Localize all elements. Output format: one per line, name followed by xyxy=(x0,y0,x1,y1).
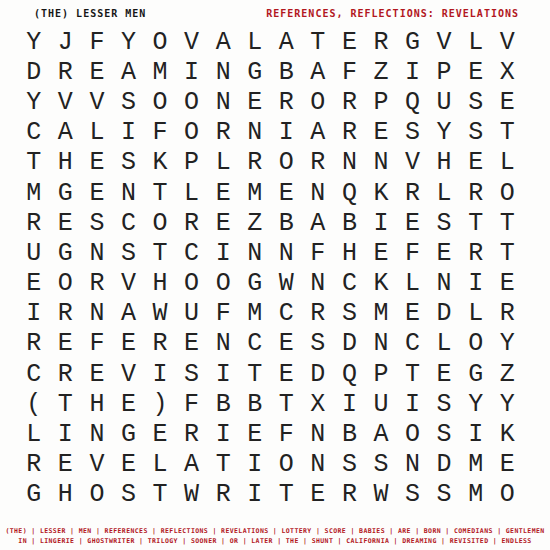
grid-cell: M xyxy=(18,178,50,208)
grid-cell: E xyxy=(144,419,176,449)
grid-cell: D xyxy=(302,359,334,389)
grid-cell: S xyxy=(81,208,113,238)
grid-cell: M xyxy=(365,299,397,329)
grid-cell: T xyxy=(491,208,523,238)
grid-cell: E xyxy=(113,329,145,359)
grid-cell: W xyxy=(176,480,208,510)
grid-cell: G xyxy=(460,359,492,389)
grid-cell: Z xyxy=(239,208,271,238)
grid-cell: G xyxy=(113,419,145,449)
grid-cell: E xyxy=(302,480,334,510)
grid-cell: A xyxy=(302,118,334,148)
grid-cell: X xyxy=(491,57,523,87)
grid-cell: V xyxy=(428,27,460,57)
grid-cell: O xyxy=(397,419,429,449)
grid-cell: I xyxy=(397,389,429,419)
grid-cell: C xyxy=(176,238,208,268)
grid-cell: S xyxy=(176,359,208,389)
grid-cell: Q xyxy=(334,359,366,389)
grid-cell: I xyxy=(207,419,239,449)
grid-cell: E xyxy=(460,148,492,178)
grid-cell: M xyxy=(239,299,271,329)
grid-cell: F xyxy=(176,389,208,419)
grid-cell: I xyxy=(239,450,271,480)
grid-cell: V xyxy=(397,148,429,178)
grid-cell: F xyxy=(397,238,429,268)
grid-cell: U xyxy=(18,238,50,268)
grid-cell: N xyxy=(239,238,271,268)
grid-cell: R xyxy=(365,27,397,57)
grid-cell: O xyxy=(271,148,303,178)
grid-cell: G xyxy=(18,480,50,510)
grid-cell: A xyxy=(50,118,82,148)
grid-cell: E xyxy=(81,359,113,389)
grid-cell: C xyxy=(113,208,145,238)
grid-cell: R xyxy=(302,148,334,178)
grid-cell: I xyxy=(334,389,366,419)
grid-cell: T xyxy=(50,389,82,419)
grid-cell: K xyxy=(365,178,397,208)
grid-cell: G xyxy=(50,238,82,268)
grid-cell: G xyxy=(239,269,271,299)
grid-cell: P xyxy=(365,359,397,389)
grid-cell: R xyxy=(50,299,82,329)
grid-cell: V xyxy=(113,359,145,389)
grid-cell: R xyxy=(18,329,50,359)
grid-cell: S xyxy=(334,450,366,480)
grid-cell: T xyxy=(460,208,492,238)
grid-cell: T xyxy=(271,480,303,510)
grid-cell: T xyxy=(18,148,50,178)
grid-cell: H xyxy=(50,480,82,510)
grid-cell: S xyxy=(460,87,492,117)
grid-cell: I xyxy=(50,419,82,449)
grid-cell: A xyxy=(113,299,145,329)
grid-cell: A xyxy=(207,27,239,57)
grid-cell: E xyxy=(50,329,82,359)
grid-cell: E xyxy=(207,208,239,238)
grid-cell: S xyxy=(428,480,460,510)
word-list-line-1: (THE) | LESSER | MEN | REFERENCES | REFL… xyxy=(0,527,550,537)
grid-cell: O xyxy=(176,269,208,299)
grid-cell: L xyxy=(207,148,239,178)
grid-cell: M xyxy=(239,178,271,208)
grid-cell: ( xyxy=(18,389,50,419)
grid-cell: C xyxy=(334,269,366,299)
word-list: (THE) | LESSER | MEN | REFERENCES | REFL… xyxy=(0,527,550,546)
grid-cell: E xyxy=(491,450,523,480)
grid-cell: E xyxy=(397,299,429,329)
grid-cell: S xyxy=(113,480,145,510)
grid-cell: A xyxy=(176,450,208,480)
grid-cell: R xyxy=(144,329,176,359)
grid-cell: E xyxy=(271,178,303,208)
grid-cell: R xyxy=(460,178,492,208)
grid-cell: R xyxy=(302,299,334,329)
grid-cell: N xyxy=(302,419,334,449)
grid-cell: V xyxy=(176,27,208,57)
grid-cell: E xyxy=(271,359,303,389)
grid-cell: Y xyxy=(18,87,50,117)
grid-cell: E xyxy=(365,238,397,268)
grid-cell: H xyxy=(144,269,176,299)
grid-cell: R xyxy=(50,359,82,389)
grid-cell: N xyxy=(334,148,366,178)
grid-cell: N xyxy=(81,419,113,449)
grid-cell: E xyxy=(334,27,366,57)
grid-cell: B xyxy=(271,208,303,238)
grid-cell: I xyxy=(113,118,145,148)
grid-cell: O xyxy=(271,450,303,480)
grid-cell: E xyxy=(113,389,145,419)
grid-cell: S xyxy=(428,419,460,449)
grid-cell: T xyxy=(207,450,239,480)
grid-cell: H xyxy=(81,389,113,419)
grid-cell: R xyxy=(81,269,113,299)
grid-cell: T xyxy=(302,27,334,57)
grid-cell: E xyxy=(271,329,303,359)
grid-cell: S xyxy=(334,299,366,329)
grid-cell: I xyxy=(176,57,208,87)
grid-cell: R xyxy=(334,480,366,510)
grid-cell: C xyxy=(397,329,429,359)
grid-cell: L xyxy=(144,450,176,480)
grid-cell: K xyxy=(144,148,176,178)
grid-cell: A xyxy=(271,27,303,57)
grid-cell: C xyxy=(271,299,303,329)
grid-cell: N xyxy=(113,178,145,208)
grid-cell: R xyxy=(271,87,303,117)
grid-cell: N xyxy=(207,329,239,359)
grid-cell: E xyxy=(81,178,113,208)
grid-cell: T xyxy=(144,178,176,208)
grid-cell: R xyxy=(334,118,366,148)
word-list-line-2: IN | LINGERIE | GHOSTWRITER | TRILOGY | … xyxy=(0,537,550,547)
grid-cell: R xyxy=(334,87,366,117)
grid-cell: Y xyxy=(491,389,523,419)
grid-cell: I xyxy=(18,299,50,329)
grid-cell: F xyxy=(271,419,303,449)
grid-cell: O xyxy=(176,118,208,148)
grid-cell: C xyxy=(18,118,50,148)
grid-cell: K xyxy=(365,269,397,299)
grid-cell: V xyxy=(81,450,113,480)
grid-cell: N xyxy=(302,269,334,299)
grid-cell: P xyxy=(365,87,397,117)
grid-cell: V xyxy=(491,27,523,57)
grid-cell: A xyxy=(365,419,397,449)
grid-cell: S xyxy=(428,208,460,238)
grid-cell: O xyxy=(144,87,176,117)
grid-cell: L xyxy=(428,178,460,208)
grid-cell: E xyxy=(50,208,82,238)
grid-cell: B xyxy=(334,419,366,449)
grid-cell: F xyxy=(334,57,366,87)
grid-cell: E xyxy=(50,450,82,480)
grid-cell: O xyxy=(207,269,239,299)
grid-cell: E xyxy=(113,450,145,480)
grid-cell: S xyxy=(428,389,460,419)
grid-cell: T xyxy=(144,480,176,510)
grid-cell: X xyxy=(302,389,334,419)
grid-cell: F xyxy=(207,299,239,329)
grid-cell: Q xyxy=(397,87,429,117)
grid-cell: Q xyxy=(334,178,366,208)
grid-cell: N xyxy=(302,450,334,480)
grid-cell: R xyxy=(18,450,50,480)
grid-cell: N xyxy=(302,178,334,208)
word-search-grid: YJFYOVALATERGVLVDREAMINGBAFZIPEXYVVSOONE… xyxy=(18,27,523,510)
grid-cell: S xyxy=(113,87,145,117)
grid-cell: B xyxy=(271,57,303,87)
grid-cell: F xyxy=(302,238,334,268)
grid-cell: I xyxy=(397,57,429,87)
grid-cell: G xyxy=(50,178,82,208)
grid-cell: Y xyxy=(491,329,523,359)
grid-cell: S xyxy=(397,480,429,510)
grid-cell: O xyxy=(176,87,208,117)
word-search-page: (THE) LESSER MEN REFERENCES, REFLECTIONS… xyxy=(0,0,550,550)
grid-cell: N xyxy=(239,118,271,148)
page-header: (THE) LESSER MEN REFERENCES, REFLECTIONS… xyxy=(34,8,519,19)
grid-cell: I xyxy=(460,419,492,449)
grid-cell: P xyxy=(176,148,208,178)
grid-cell: O xyxy=(491,480,523,510)
album-title: REFERENCES, REFLECTIONS: REVELATIONS xyxy=(266,8,519,19)
grid-cell: E xyxy=(207,178,239,208)
grid-cell: B xyxy=(207,389,239,419)
grid-cell: E xyxy=(428,238,460,268)
grid-cell: S xyxy=(113,238,145,268)
grid-cell: E xyxy=(365,118,397,148)
grid-cell: S xyxy=(460,118,492,148)
grid-cell: O xyxy=(302,87,334,117)
grid-cell: E xyxy=(397,208,429,238)
grid-cell: E xyxy=(176,329,208,359)
grid-cell: N xyxy=(81,299,113,329)
grid-cell: L xyxy=(18,419,50,449)
grid-cell: D xyxy=(334,329,366,359)
grid-cell: S xyxy=(365,450,397,480)
grid-cell: E xyxy=(460,57,492,87)
grid-cell: U xyxy=(428,87,460,117)
grid-cell: Z xyxy=(365,57,397,87)
grid-cell: Z xyxy=(491,359,523,389)
grid-cell: R xyxy=(50,57,82,87)
grid-cell: L xyxy=(491,148,523,178)
grid-cell: V xyxy=(113,269,145,299)
grid-cell: N xyxy=(207,57,239,87)
grid-cell: O xyxy=(81,480,113,510)
grid-cell: L xyxy=(428,329,460,359)
grid-cell: E xyxy=(491,87,523,117)
grid-cell: M xyxy=(144,57,176,87)
grid-cell: E xyxy=(428,359,460,389)
grid-cell: J xyxy=(50,27,82,57)
grid-cell: I xyxy=(460,269,492,299)
grid-cell: W xyxy=(144,299,176,329)
grid-cell: H xyxy=(50,148,82,178)
grid-cell: ) xyxy=(144,389,176,419)
grid-cell: N xyxy=(428,269,460,299)
grid-cell: S xyxy=(302,329,334,359)
grid-cell: N xyxy=(271,238,303,268)
grid-cell: I xyxy=(365,208,397,238)
grid-cell: Y xyxy=(113,27,145,57)
grid-cell: R xyxy=(18,208,50,238)
grid-cell: L xyxy=(460,27,492,57)
grid-cell: A xyxy=(302,208,334,238)
grid-cell: T xyxy=(491,238,523,268)
grid-cell: O xyxy=(460,329,492,359)
grid-cell: S xyxy=(397,118,429,148)
grid-cell: B xyxy=(334,208,366,238)
grid-cell: T xyxy=(491,118,523,148)
grid-cell: E xyxy=(18,269,50,299)
grid-cell: O xyxy=(491,178,523,208)
grid-cell: G xyxy=(239,57,271,87)
grid-cell: D xyxy=(18,57,50,87)
grid-cell: E xyxy=(239,87,271,117)
grid-cell: U xyxy=(365,389,397,419)
grid-cell: F xyxy=(144,118,176,148)
grid-cell: O xyxy=(144,27,176,57)
grid-cell: N xyxy=(81,238,113,268)
grid-cell: V xyxy=(81,87,113,117)
grid-cell: E xyxy=(491,269,523,299)
grid-cell: H xyxy=(428,148,460,178)
grid-cell: W xyxy=(365,480,397,510)
grid-cell: M xyxy=(460,450,492,480)
grid-cell: T xyxy=(144,238,176,268)
grid-cell: O xyxy=(144,208,176,238)
grid-cell: V xyxy=(50,87,82,117)
grid-cell: K xyxy=(491,419,523,449)
grid-cell: L xyxy=(460,299,492,329)
grid-cell: A xyxy=(113,57,145,87)
grid-cell: P xyxy=(428,57,460,87)
grid-cell: E xyxy=(81,57,113,87)
grid-cell: I xyxy=(207,359,239,389)
grid-cell: T xyxy=(239,359,271,389)
grid-cell: A xyxy=(302,57,334,87)
grid-cell: O xyxy=(50,269,82,299)
grid-cell: Y xyxy=(460,389,492,419)
grid-cell: N xyxy=(207,87,239,117)
grid-cell: D xyxy=(428,450,460,480)
grid-cell: N xyxy=(397,450,429,480)
grid-cell: R xyxy=(397,178,429,208)
grid-cell: E xyxy=(239,419,271,449)
grid-cell: R xyxy=(176,208,208,238)
grid-cell: U xyxy=(176,299,208,329)
grid-cell: L xyxy=(239,27,271,57)
grid-cell: I xyxy=(271,118,303,148)
grid-cell: C xyxy=(239,329,271,359)
grid-cell: D xyxy=(428,299,460,329)
grid-cell: T xyxy=(397,359,429,389)
grid-cell: N xyxy=(365,329,397,359)
grid-cell: B xyxy=(239,389,271,419)
grid-cell: I xyxy=(239,480,271,510)
grid-cell: T xyxy=(271,389,303,419)
grid-cell: E xyxy=(81,148,113,178)
grid-cell: R xyxy=(207,118,239,148)
grid-cell: S xyxy=(113,148,145,178)
grid-cell: N xyxy=(365,148,397,178)
grid-cell: R xyxy=(460,238,492,268)
grid-cell: R xyxy=(239,148,271,178)
artist-title: (THE) LESSER MEN xyxy=(34,8,146,19)
grid-cell: F xyxy=(81,329,113,359)
grid-cell: I xyxy=(144,359,176,389)
grid-cell: Y xyxy=(428,118,460,148)
grid-cell: C xyxy=(18,359,50,389)
grid-cell: L xyxy=(176,178,208,208)
grid-cell: M xyxy=(460,480,492,510)
grid-cell: H xyxy=(334,238,366,268)
grid-cell: I xyxy=(207,238,239,268)
grid-cell: F xyxy=(81,27,113,57)
grid-cell: L xyxy=(81,118,113,148)
grid-cell: W xyxy=(271,269,303,299)
grid-cell: R xyxy=(176,419,208,449)
grid-cell: R xyxy=(491,299,523,329)
grid-cell: R xyxy=(207,480,239,510)
grid-cell: G xyxy=(397,27,429,57)
grid-cell: L xyxy=(397,269,429,299)
grid-cell: Y xyxy=(18,27,50,57)
